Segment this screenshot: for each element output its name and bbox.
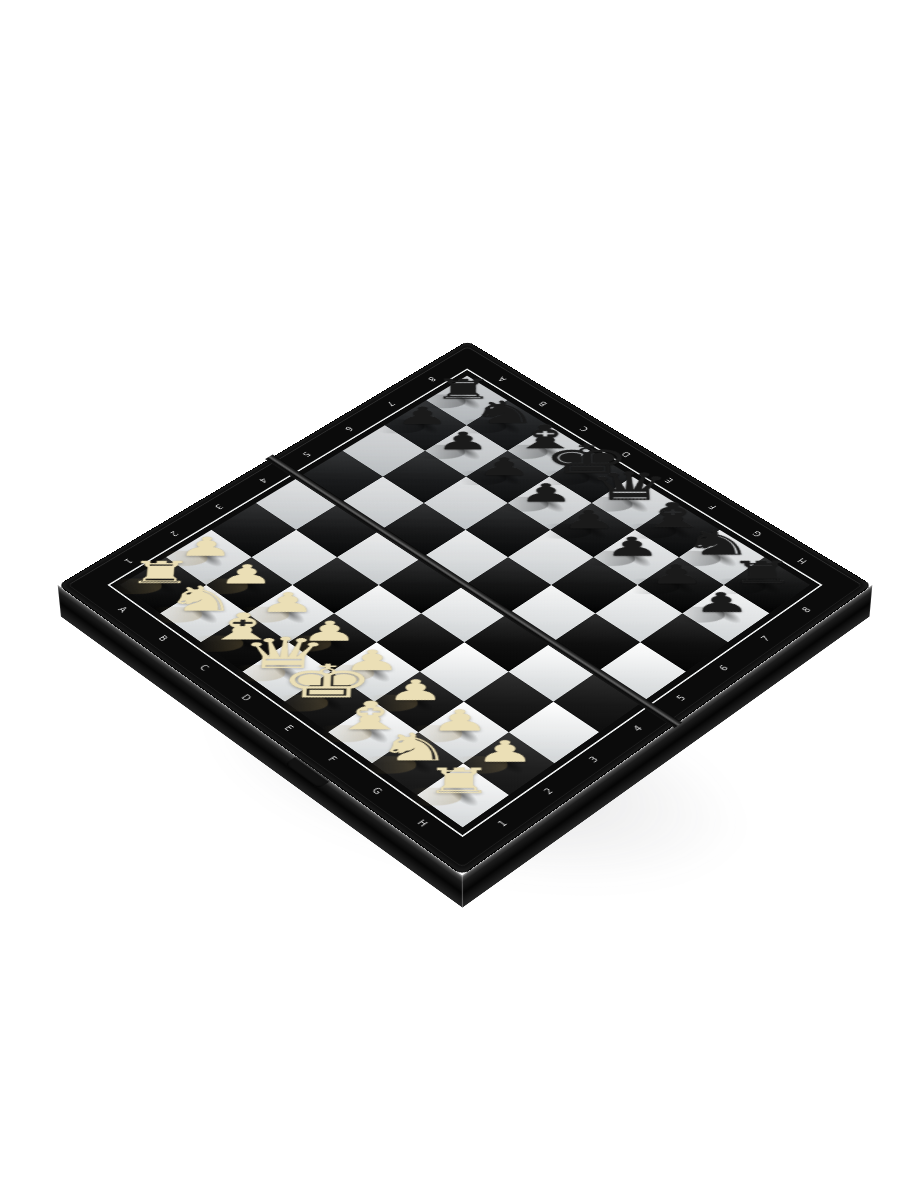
product-photo-scene: AA11BB22CC33DD44EE55FF66GG77HH88 ♜♞♝♚♛♝♞… (0, 0, 900, 1200)
black-pawn[interactable]: ♟ (616, 561, 737, 588)
black-pawn[interactable]: ♟ (406, 428, 521, 452)
black-pawn[interactable]: ♟ (573, 533, 693, 559)
black-pawn[interactable]: ♟ (446, 454, 562, 479)
